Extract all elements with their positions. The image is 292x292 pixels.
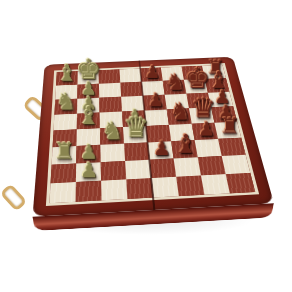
chess-board: ♝♚♟♜♟♞♚♝♞♟♟♟♝♟♞♛♟♞♛♟♜♜♟♟♝♟: [33, 57, 274, 217]
copper-knight[interactable]: ♞: [169, 100, 190, 124]
square-r1c3[interactable]: [99, 69, 121, 83]
square-r8c1[interactable]: [49, 182, 75, 203]
square-r4c1[interactable]: [54, 114, 78, 131]
square-r1c4[interactable]: [119, 68, 141, 82]
copper-pawn[interactable]: ♟: [152, 138, 170, 158]
square-r7c6[interactable]: [174, 157, 201, 177]
square-r6c3[interactable]: [100, 144, 125, 163]
gold-rook[interactable]: ♜: [53, 140, 74, 163]
copper-pawn[interactable]: ♟: [197, 119, 214, 138]
gold-queen[interactable]: ♛: [123, 113, 149, 142]
square-r8c3[interactable]: [101, 179, 127, 200]
square-r8c2[interactable]: [76, 181, 102, 202]
gold-bishop[interactable]: ♝: [56, 61, 77, 84]
square-r6c6[interactable]: ♝: [171, 140, 198, 158]
square-r4c6[interactable]: ♞: [167, 108, 192, 125]
square-r2c4[interactable]: [120, 82, 143, 97]
square-r7c5[interactable]: [149, 158, 176, 178]
square-r6c8[interactable]: [218, 138, 246, 156]
copper-bishop[interactable]: ♝: [174, 131, 198, 157]
square-r5c3[interactable]: ♞: [100, 127, 124, 145]
square-r2c3[interactable]: [99, 83, 121, 98]
copper-pawn[interactable]: ♟: [144, 63, 160, 81]
square-r1c1[interactable]: ♝: [56, 71, 78, 85]
rosewood-frame: ♝♚♟♜♟♞♚♝♞♟♟♟♝♟♞♛♟♞♛♟♜♜♟♟♝♟: [33, 57, 274, 217]
square-r7c4[interactable]: [125, 160, 151, 180]
square-r7c7[interactable]: [198, 156, 226, 175]
product-photo-stage: ♝♚♟♜♟♞♚♝♞♟♟♟♝♟♞♛♟♞♛♟♜♜♟♟♝♟: [0, 0, 292, 292]
square-r1c5[interactable]: ♟: [140, 68, 163, 82]
gold-knight[interactable]: ♞: [101, 119, 123, 144]
square-r6c7[interactable]: [195, 139, 222, 157]
square-r7c8[interactable]: [222, 155, 251, 174]
square-r7c2[interactable]: ♟: [76, 162, 101, 182]
copper-rook[interactable]: ♜: [219, 115, 239, 137]
square-r8c5[interactable]: [151, 177, 179, 198]
square-r3c3[interactable]: [99, 97, 122, 113]
gold-knight[interactable]: ♞: [55, 90, 76, 113]
copper-king[interactable]: ♚: [184, 64, 209, 92]
square-r7c1[interactable]: [51, 163, 77, 183]
square-r6c5[interactable]: ♟: [148, 141, 174, 159]
board-scene: ♝♚♟♜♟♞♚♝♞♟♟♟♝♟♞♛♟♞♛♟♜♜♟♟♝♟: [0, 0, 292, 292]
copper-knight[interactable]: ♞: [165, 71, 185, 94]
square-r3c1[interactable]: ♞: [54, 99, 77, 115]
square-r2c6[interactable]: ♞: [163, 80, 187, 95]
square-r5c8[interactable]: ♜: [214, 122, 241, 139]
square-r6c1[interactable]: ♜: [52, 146, 77, 165]
square-r4c2[interactable]: ♝: [77, 113, 100, 130]
gold-pawn[interactable]: ♟: [79, 160, 98, 181]
square-r8c6[interactable]: [176, 175, 204, 196]
gold-bishop[interactable]: ♝: [77, 103, 100, 128]
square-r8c8[interactable]: [226, 173, 256, 194]
square-r3c5[interactable]: ♟: [143, 95, 167, 111]
square-r5c4[interactable]: ♛: [123, 126, 148, 144]
square-r6c4[interactable]: [124, 142, 149, 161]
square-r7c3[interactable]: [101, 161, 127, 181]
square-r8c4[interactable]: [126, 178, 153, 199]
copper-pawn[interactable]: ♟: [147, 91, 164, 109]
